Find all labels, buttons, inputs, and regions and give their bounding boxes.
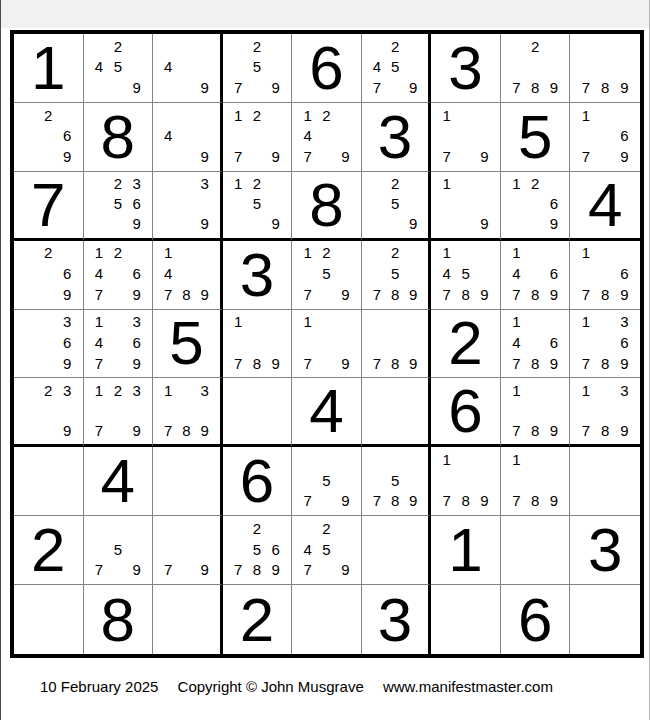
cell-r5c7[interactable]: 2 [431,310,501,379]
candidate-6 [615,470,634,491]
candidate-7: 7 [576,77,595,98]
candidate-4 [20,400,39,420]
candidate-3 [475,449,494,470]
candidate-2 [526,380,545,400]
candidate-1: 1 [437,105,456,126]
candidate-8 [177,559,195,580]
pencil-marks: 49 [153,103,220,171]
candidate-9 [195,491,213,512]
cell-r2c8[interactable]: 5 [501,103,571,172]
candidate-4: 4 [159,57,177,78]
candidate-3 [545,174,564,194]
candidate-2: 2 [248,174,267,194]
candidate-3: 3 [195,174,213,194]
candidate-7: 7 [298,284,317,305]
candidate-9: 9 [266,214,285,234]
cell-r1c6[interactable]: 24579 [362,34,432,103]
cell-r7c4[interactable]: 6 [223,447,293,516]
pencil-marks: 23569 [84,172,153,238]
candidate-1 [368,518,386,539]
cell-r5c6[interactable]: 789 [362,310,432,379]
cell-r9c7[interactable] [431,585,501,654]
candidate-3 [195,518,213,539]
candidate-3 [127,36,146,57]
cell-r3c6[interactable]: 259 [362,172,432,241]
candidate-7 [576,629,595,650]
candidate-2 [526,449,545,470]
cell-r6c9[interactable]: 13789 [570,378,640,447]
candidate-7: 7 [229,559,248,580]
candidate-1: 1 [507,243,526,264]
candidate-9 [404,420,422,440]
candidate-2: 2 [108,174,127,194]
cell-r3c5[interactable]: 8 [292,172,362,241]
cell-r3c2[interactable]: 23569 [84,172,154,241]
candidate-4 [20,470,39,491]
candidate-6 [615,57,634,78]
pencil-marks: 124679 [84,241,153,309]
candidate-2: 2 [317,518,336,539]
candidate-8 [386,77,404,98]
cell-r9c3[interactable] [153,585,223,654]
cell-r7c8[interactable]: 1789 [501,447,571,516]
candidate-5 [317,608,336,629]
candidate-9 [195,629,213,650]
candidate-7: 7 [90,420,109,440]
pencil-marks: 2579 [223,34,292,102]
candidate-2 [108,518,127,539]
candidate-4 [90,400,109,420]
cell-r8c1[interactable]: 2 [14,516,84,585]
candidate-1 [159,449,177,470]
candidate-7: 7 [298,353,317,374]
cell-r4c5[interactable]: 12579 [292,241,362,310]
cell-r7c6[interactable]: 5789 [362,447,432,516]
cell-r9c1[interactable] [14,585,84,654]
pencil-marks: 5789 [362,447,429,515]
candidate-8: 8 [526,420,545,440]
cell-r1c3[interactable]: 49 [153,34,223,103]
candidate-9: 9 [127,353,146,374]
candidate-1: 1 [229,105,248,126]
candidate-5 [248,400,267,420]
candidate-1 [507,36,526,57]
cell-r1c8[interactable]: 2789 [501,34,571,103]
candidate-1 [368,380,386,400]
cell-r6c4[interactable] [223,378,293,447]
candidate-3 [195,587,213,608]
candidate-2: 2 [108,36,127,57]
candidate-4 [368,400,386,420]
candidate-7: 7 [229,353,248,374]
candidate-5: 5 [108,539,127,560]
cell-r6c6[interactable] [362,378,432,447]
candidate-7: 7 [90,284,109,305]
candidate-9: 9 [545,491,564,512]
cell-r1c9[interactable]: 789 [570,34,640,103]
pencil-marks: 1789 [223,310,292,378]
candidate-4 [507,194,526,214]
candidate-9: 9 [195,559,213,580]
cell-r2c7[interactable]: 179 [431,103,501,172]
pencil-marks [570,447,640,515]
candidate-8: 8 [526,284,545,305]
candidate-7: 7 [368,77,386,98]
candidate-7: 7 [507,353,526,374]
candidate-6 [475,470,494,491]
candidate-2 [596,380,615,400]
candidate-8 [386,559,404,580]
candidate-9: 9 [404,77,422,98]
candidate-5 [177,539,195,560]
cell-r1c4[interactable]: 2579 [223,34,293,103]
candidate-3 [266,105,285,126]
candidate-8 [177,491,195,512]
candidate-3 [475,587,494,608]
candidate-8 [108,77,127,98]
candidate-6 [266,57,285,78]
pencil-marks [153,585,220,654]
cell-r1c5[interactable]: 6 [292,34,362,103]
candidate-2 [596,105,615,126]
candidate-6 [266,194,285,214]
cell-r8c9[interactable]: 3 [570,516,640,585]
cell-r3c1[interactable]: 7 [14,172,84,241]
cell-r2c5[interactable]: 12479 [292,103,362,172]
candidate-8 [39,146,58,167]
pencil-marks [501,516,570,584]
candidate-7 [20,629,39,650]
cell-r3c7[interactable]: 19 [431,172,501,241]
pencil-marks: 179 [292,310,361,378]
candidate-8 [317,491,336,512]
cell-r4c7[interactable]: 145789 [431,241,501,310]
candidate-2: 2 [526,36,545,57]
candidate-3 [195,105,213,126]
candidate-9: 9 [545,353,564,374]
pencil-marks: 12379 [84,378,153,444]
cell-r6c7[interactable]: 6 [431,378,501,447]
candidate-9: 9 [615,420,634,440]
candidate-4 [20,332,39,353]
cell-r4c4[interactable]: 3 [223,241,293,310]
candidate-6 [58,470,77,491]
candidate-5 [386,332,404,353]
cell-r3c8[interactable]: 1269 [501,172,571,241]
candidate-5 [39,332,58,353]
cell-r8c6[interactable] [362,516,432,585]
candidate-3 [615,243,634,264]
cell-r9c9[interactable] [570,585,640,654]
candidate-5: 5 [456,263,475,284]
candidate-8 [248,214,267,234]
cell-r1c2[interactable]: 2459 [84,34,154,103]
candidate-3 [404,449,422,470]
candidate-3 [336,518,355,539]
cell-r5c2[interactable]: 134679 [84,310,154,379]
cell-r8c4[interactable]: 256789 [223,516,293,585]
candidate-1 [298,587,317,608]
cell-r6c1[interactable]: 239 [14,378,84,447]
candidate-9: 9 [127,559,146,580]
candidate-1: 1 [298,105,317,126]
pencil-marks: 14789 [153,241,220,309]
cell-r3c3[interactable]: 39 [153,172,223,241]
top-margin-band [0,0,650,28]
candidate-6 [195,608,213,629]
candidate-9: 9 [336,491,355,512]
cell-r2c4[interactable]: 1279 [223,103,293,172]
candidate-6 [195,57,213,78]
candidate-7: 7 [507,420,526,440]
given-digit: 2 [14,516,83,584]
candidate-1 [159,518,177,539]
candidate-2: 2 [39,243,58,264]
candidate-8: 8 [386,353,404,374]
candidate-2 [456,449,475,470]
candidate-2: 2 [108,243,127,264]
candidate-1 [368,312,386,333]
cell-r9c6[interactable]: 3 [362,585,432,654]
cell-r2c1[interactable]: 269 [14,103,84,172]
candidate-5 [177,194,195,214]
candidate-3 [404,312,422,333]
candidate-1 [90,174,109,194]
candidate-7 [229,214,248,234]
candidate-6 [336,126,355,147]
cell-r5c9[interactable]: 136789 [570,310,640,379]
candidate-1: 1 [576,105,595,126]
cell-r4c2[interactable]: 124679 [84,241,154,310]
candidate-4 [298,608,317,629]
candidate-7 [437,629,456,650]
candidate-3 [475,174,494,194]
candidate-6 [475,608,494,629]
candidate-1: 1 [576,312,595,333]
candidate-8 [39,629,58,650]
cell-r4c8[interactable]: 146789 [501,241,571,310]
candidate-5: 5 [317,539,336,560]
candidate-5 [39,263,58,284]
candidate-1 [90,36,109,57]
pencil-marks: 369 [14,310,83,378]
cell-r4c6[interactable]: 25789 [362,241,432,310]
candidate-5 [177,400,195,420]
candidate-9: 9 [545,77,564,98]
candidate-8 [386,420,404,440]
candidate-1 [576,587,595,608]
cell-r5c3[interactable]: 5 [153,310,223,379]
candidate-7: 7 [507,77,526,98]
candidate-4 [368,194,386,214]
candidate-7 [507,214,526,234]
cell-r6c8[interactable]: 1789 [501,378,571,447]
candidate-2 [386,449,404,470]
candidate-6 [336,332,355,353]
cell-r8c2[interactable]: 579 [84,516,154,585]
cell-r7c1[interactable] [14,447,84,516]
pencil-marks [14,447,83,515]
given-digit: 3 [570,516,640,584]
candidate-6 [266,126,285,147]
candidate-3 [266,518,285,539]
cell-r8c7[interactable]: 1 [431,516,501,585]
pencil-marks: 25789 [362,241,429,309]
cell-r6c5[interactable]: 4 [292,378,362,447]
candidate-1 [20,105,39,126]
candidate-1: 1 [90,243,109,264]
candidate-5: 5 [248,539,267,560]
cell-r4c3[interactable]: 14789 [153,241,223,310]
candidate-2: 2 [526,174,545,194]
candidate-8 [108,559,127,580]
pencil-marks [292,585,361,654]
candidate-3 [58,587,77,608]
pencil-marks: 24579 [292,516,361,584]
candidate-8 [108,353,127,374]
cell-r2c9[interactable]: 1679 [570,103,640,172]
candidate-1: 1 [576,380,595,400]
candidate-2 [456,243,475,264]
candidate-1 [298,449,317,470]
candidate-7 [576,491,595,512]
candidate-9 [58,629,77,650]
cell-r4c1[interactable]: 269 [14,241,84,310]
candidate-5 [39,126,58,147]
pencil-marks: 39 [153,172,220,238]
candidate-2 [596,449,615,470]
candidate-6 [404,400,422,420]
cell-r2c6[interactable]: 3 [362,103,432,172]
candidate-2 [526,312,545,333]
candidate-3 [58,449,77,470]
cell-r9c8[interactable]: 6 [501,585,571,654]
candidate-6: 6 [127,194,146,214]
candidate-1 [159,105,177,126]
cell-r6c3[interactable]: 13789 [153,378,223,447]
candidate-4 [507,57,526,78]
candidate-3 [475,105,494,126]
candidate-4: 4 [90,57,109,78]
pencil-marks: 1789 [501,447,570,515]
candidate-9 [266,420,285,440]
cell-r8c3[interactable]: 79 [153,516,223,585]
candidate-5 [526,400,545,420]
candidate-6 [615,400,634,420]
candidate-9: 9 [195,284,213,305]
cell-r7c7[interactable]: 1789 [431,447,501,516]
cell-r7c2[interactable]: 4 [84,447,154,516]
cell-r1c7[interactable]: 3 [431,34,501,103]
candidate-3 [404,518,422,539]
cell-r7c9[interactable] [570,447,640,516]
candidate-5: 5 [108,57,127,78]
cell-r3c4[interactable]: 1259 [223,172,293,241]
candidate-9: 9 [404,214,422,234]
cell-r9c5[interactable] [292,585,362,654]
cell-r2c2[interactable]: 8 [84,103,154,172]
candidate-1 [20,312,39,333]
candidate-4: 4 [90,263,109,284]
candidate-4 [229,126,248,147]
pencil-marks [153,447,220,515]
candidate-6 [195,263,213,284]
cell-r9c4[interactable]: 2 [223,585,293,654]
candidate-6 [336,470,355,491]
cell-r5c1[interactable]: 369 [14,310,84,379]
candidate-8 [596,629,615,650]
cell-r1c1[interactable]: 1 [14,34,84,103]
candidate-9: 9 [58,284,77,305]
candidate-6 [195,400,213,420]
candidate-7: 7 [298,491,317,512]
pencil-marks [223,378,292,444]
cell-r8c5[interactable]: 24579 [292,516,362,585]
candidate-4 [159,608,177,629]
cell-r5c5[interactable]: 179 [292,310,362,379]
candidate-1: 1 [576,243,595,264]
cell-r8c8[interactable] [501,516,571,585]
candidate-2: 2 [317,243,336,264]
cell-r5c8[interactable]: 146789 [501,310,571,379]
cell-r4c9[interactable]: 16789 [570,241,640,310]
candidate-6 [58,400,77,420]
candidate-4 [437,194,456,214]
candidate-8: 8 [386,491,404,512]
candidate-3 [545,380,564,400]
candidate-8: 8 [386,284,404,305]
candidate-2: 2 [39,380,58,400]
footer-website: www.manifestmaster.com [383,678,553,695]
given-digit: 6 [292,34,361,102]
cell-r3c9[interactable]: 4 [570,172,640,241]
candidate-3 [615,449,634,470]
pencil-marks: 1789 [431,447,500,515]
cell-r7c3[interactable] [153,447,223,516]
candidate-7: 7 [437,491,456,512]
candidate-7 [159,77,177,98]
cell-r5c4[interactable]: 1789 [223,310,293,379]
candidate-1 [90,518,109,539]
candidate-5 [177,57,195,78]
candidate-3 [545,312,564,333]
candidate-4 [437,126,456,147]
candidate-3: 3 [127,380,146,400]
candidate-2: 2 [39,105,58,126]
candidate-1 [368,36,386,57]
candidate-9: 9 [266,353,285,374]
candidate-6 [266,400,285,420]
candidate-2 [456,587,475,608]
candidate-6 [404,194,422,214]
given-digit: 3 [362,103,429,171]
candidate-5 [456,608,475,629]
cell-r6c2[interactable]: 12379 [84,378,154,447]
cell-r9c2[interactable]: 8 [84,585,154,654]
candidate-9: 9 [404,491,422,512]
cell-r7c5[interactable]: 579 [292,447,362,516]
candidate-9: 9 [266,77,285,98]
candidate-2 [596,587,615,608]
candidate-5 [526,263,545,284]
pencil-marks: 579 [292,447,361,515]
candidate-6 [545,400,564,420]
candidate-3: 3 [127,174,146,194]
cell-r2c3[interactable]: 49 [153,103,223,172]
candidate-6 [195,539,213,560]
pencil-marks: 146789 [501,241,570,309]
candidate-3 [336,105,355,126]
